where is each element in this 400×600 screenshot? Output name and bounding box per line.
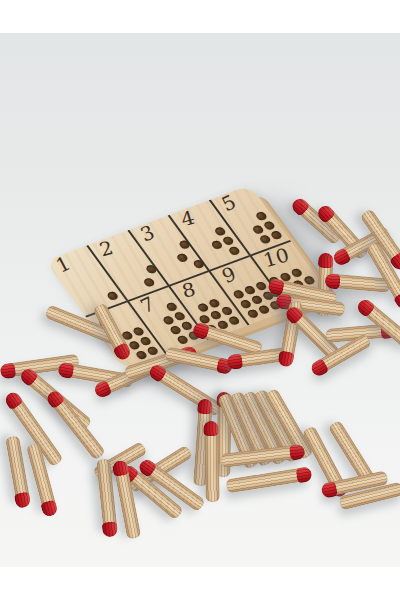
cell-number: 9 [215,264,241,286]
peg-red-tip [14,491,31,508]
peg-red-tip [289,195,310,216]
wooden-peg [164,346,231,373]
peg-hole [106,291,120,301]
peg-hole [290,268,304,278]
cell-number: 4 [175,208,199,230]
hole-cluster [244,211,283,245]
peg-hole [250,295,264,305]
peg-hole [270,230,284,240]
product-photo-scene: 12345678910 [0,0,400,600]
peg-red-tip [320,481,338,499]
peg-hole [263,220,277,230]
peg-hole [251,225,265,235]
studio-backdrop: 12345678910 [0,33,400,567]
peg-hole [176,252,190,262]
peg-red-tip [3,389,24,410]
peg-red-tip [355,296,376,317]
cell-number: 7 [133,295,159,317]
peg-hole [209,310,223,320]
peg-hole [255,211,269,221]
peg-hole [161,315,175,325]
peg-red-tip [308,358,328,378]
peg-hole [243,285,257,295]
wooden-peg [225,467,310,494]
wooden-peg [204,422,219,502]
cell-number: 10 [256,245,292,271]
peg-hole [257,304,271,314]
peg-red-tip [295,466,312,483]
peg-hole [165,302,179,312]
peg-hole [168,325,182,335]
cell-number: 5 [214,192,240,214]
peg-hole [221,306,235,316]
peg-hole [180,321,194,331]
peg-hole [175,335,189,345]
peg-hole [228,315,242,325]
peg-hole [132,326,146,336]
peg-hole [139,336,153,346]
peg-hole [232,289,246,299]
peg-hole [142,277,156,287]
peg-red-tip [278,350,295,367]
peg-hole [222,236,236,246]
peg-hole [214,226,228,236]
peg-red-tip [41,499,59,517]
peg-red-tip [318,252,334,268]
peg-red-tip [0,362,16,379]
cell-number: 3 [133,223,159,245]
peg-red-tip [393,290,400,310]
peg-hole [208,298,222,308]
peg-hole [303,275,317,285]
peg-hole [173,311,187,321]
peg-hole [146,346,160,356]
peg-hole [246,309,260,319]
peg-red-tip [324,273,340,289]
peg-red-tip [102,521,118,537]
peg-hole [239,299,253,309]
peg-hole [228,246,242,256]
peg-hole [210,240,224,250]
hole-cluster [106,291,120,301]
cell-number: 2 [92,238,116,260]
cell-number: 1 [48,254,74,276]
peg-hole [134,350,148,360]
peg-red-tip [331,247,351,267]
peg-red-tip [92,380,112,400]
cell-number: 8 [175,280,198,302]
peg-hole [197,302,211,312]
peg-hole [258,234,272,244]
